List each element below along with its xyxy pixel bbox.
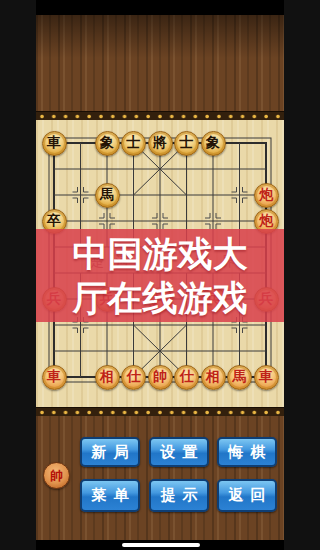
piece-red-炮[interactable]: 炮 xyxy=(254,183,279,208)
top-wood-panel xyxy=(36,15,284,111)
piece-black-馬[interactable]: 馬 xyxy=(95,183,120,208)
stud-strip-top xyxy=(36,111,284,120)
piece-red-帥[interactable]: 帥 xyxy=(148,365,173,390)
piece-red-相[interactable]: 相 xyxy=(201,365,226,390)
piece-black-車[interactable]: 車 xyxy=(42,131,67,156)
piece-red-車[interactable]: 車 xyxy=(254,365,279,390)
promo-banner-line1: 中国游戏大 xyxy=(73,232,248,276)
piece-red-仕[interactable]: 仕 xyxy=(121,365,146,390)
piece-black-象[interactable]: 象 xyxy=(95,131,120,156)
status-bar xyxy=(36,0,284,15)
piece-red-車[interactable]: 車 xyxy=(42,365,67,390)
settings-button[interactable]: 设置 xyxy=(149,437,209,467)
new-game-button[interactable]: 新局 xyxy=(80,437,140,467)
piece-black-士[interactable]: 士 xyxy=(174,131,199,156)
home-indicator[interactable] xyxy=(122,543,200,547)
undo-move-button[interactable]: 悔棋 xyxy=(217,437,277,467)
red-general-icon: 帥 xyxy=(43,462,70,489)
piece-black-象[interactable]: 象 xyxy=(201,131,226,156)
bottom-wood-panel xyxy=(36,416,284,540)
piece-red-相[interactable]: 相 xyxy=(95,365,120,390)
promo-banner[interactable]: 中国游戏大 厅在线游戏 xyxy=(36,229,284,322)
piece-red-仕[interactable]: 仕 xyxy=(174,365,199,390)
app-screen: 楚 河 漢 界 車象士將士象馬卒炮炮兵兵兵兵兵車相仕帥仕相馬車 中国游戏大 厅在… xyxy=(36,0,284,550)
piece-black-士[interactable]: 士 xyxy=(121,131,146,156)
back-button[interactable]: 返回 xyxy=(217,479,277,512)
bottom-system-bar xyxy=(36,540,284,550)
menu-button[interactable]: 菜单 xyxy=(80,479,140,512)
stud-strip-bottom xyxy=(36,407,284,416)
hint-button[interactable]: 提示 xyxy=(149,479,209,512)
promo-banner-line2: 厅在线游戏 xyxy=(73,276,248,320)
piece-black-將[interactable]: 將 xyxy=(148,131,173,156)
piece-red-馬[interactable]: 馬 xyxy=(227,365,252,390)
